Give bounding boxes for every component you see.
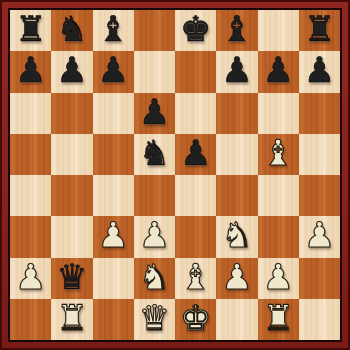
piece-white-rook[interactable]: ♜: [56, 301, 87, 336]
square-h2[interactable]: [299, 258, 340, 299]
square-d2[interactable]: ♞: [134, 258, 175, 299]
piece-black-pawn[interactable]: ♟: [15, 53, 46, 88]
square-g2[interactable]: ♟: [258, 258, 299, 299]
square-f6[interactable]: [216, 93, 257, 134]
square-b5[interactable]: [51, 134, 92, 175]
piece-black-pawn[interactable]: ♟: [180, 136, 211, 171]
square-b3[interactable]: [51, 216, 92, 257]
square-c1[interactable]: [93, 299, 134, 340]
piece-white-bishop[interactable]: ♝: [180, 260, 211, 295]
chess-board: ♜♞♝♚♝♜♟♟♟♟♟♟♟♞♟♝♟♟♞♟♟♛♞♝♟♟♜♛♚♜: [10, 10, 340, 340]
square-d8[interactable]: [134, 10, 175, 51]
piece-black-pawn[interactable]: ♟: [262, 53, 293, 88]
square-g4[interactable]: [258, 175, 299, 216]
square-e6[interactable]: [175, 93, 216, 134]
square-e3[interactable]: [175, 216, 216, 257]
piece-white-knight[interactable]: ♞: [139, 260, 170, 295]
square-a4[interactable]: [10, 175, 51, 216]
square-f1[interactable]: [216, 299, 257, 340]
piece-white-rook[interactable]: ♜: [262, 301, 293, 336]
square-f7[interactable]: ♟: [216, 51, 257, 92]
square-b2[interactable]: ♛: [51, 258, 92, 299]
square-f5[interactable]: [216, 134, 257, 175]
square-f4[interactable]: [216, 175, 257, 216]
square-a2[interactable]: ♟: [10, 258, 51, 299]
piece-white-pawn[interactable]: ♟: [262, 260, 293, 295]
piece-black-pawn[interactable]: ♟: [97, 53, 128, 88]
piece-black-knight[interactable]: ♞: [56, 12, 87, 47]
square-b8[interactable]: ♞: [51, 10, 92, 51]
piece-black-pawn[interactable]: ♟: [139, 95, 170, 130]
piece-white-pawn[interactable]: ♟: [304, 218, 335, 253]
square-h1[interactable]: [299, 299, 340, 340]
square-h7[interactable]: ♟: [299, 51, 340, 92]
square-g3[interactable]: [258, 216, 299, 257]
square-a5[interactable]: [10, 134, 51, 175]
square-b7[interactable]: ♟: [51, 51, 92, 92]
square-e7[interactable]: [175, 51, 216, 92]
square-a3[interactable]: [10, 216, 51, 257]
square-g1[interactable]: ♜: [258, 299, 299, 340]
square-a8[interactable]: ♜: [10, 10, 51, 51]
square-h5[interactable]: [299, 134, 340, 175]
piece-black-queen[interactable]: ♛: [56, 260, 87, 295]
square-d4[interactable]: [134, 175, 175, 216]
square-e8[interactable]: ♚: [175, 10, 216, 51]
piece-black-rook[interactable]: ♜: [304, 12, 335, 47]
square-e1[interactable]: ♚: [175, 299, 216, 340]
piece-black-knight[interactable]: ♞: [139, 136, 170, 171]
square-h6[interactable]: [299, 93, 340, 134]
square-d5[interactable]: ♞: [134, 134, 175, 175]
square-f3[interactable]: ♞: [216, 216, 257, 257]
square-a6[interactable]: [10, 93, 51, 134]
square-g8[interactable]: [258, 10, 299, 51]
piece-white-pawn[interactable]: ♟: [221, 260, 252, 295]
square-f8[interactable]: ♝: [216, 10, 257, 51]
square-b1[interactable]: ♜: [51, 299, 92, 340]
piece-white-pawn[interactable]: ♟: [97, 218, 128, 253]
square-c2[interactable]: [93, 258, 134, 299]
square-h3[interactable]: ♟: [299, 216, 340, 257]
piece-white-pawn[interactable]: ♟: [15, 260, 46, 295]
piece-white-queen[interactable]: ♛: [139, 301, 170, 336]
square-c7[interactable]: ♟: [93, 51, 134, 92]
square-e5[interactable]: ♟: [175, 134, 216, 175]
square-d3[interactable]: ♟: [134, 216, 175, 257]
square-g7[interactable]: ♟: [258, 51, 299, 92]
square-d1[interactable]: ♛: [134, 299, 175, 340]
piece-black-bishop[interactable]: ♝: [221, 12, 252, 47]
piece-black-bishop[interactable]: ♝: [97, 12, 128, 47]
square-d7[interactable]: [134, 51, 175, 92]
piece-black-pawn[interactable]: ♟: [56, 53, 87, 88]
square-e4[interactable]: [175, 175, 216, 216]
square-f2[interactable]: ♟: [216, 258, 257, 299]
square-h4[interactable]: [299, 175, 340, 216]
piece-white-knight[interactable]: ♞: [221, 218, 252, 253]
square-a1[interactable]: [10, 299, 51, 340]
piece-white-bishop[interactable]: ♝: [262, 136, 293, 171]
square-c3[interactable]: ♟: [93, 216, 134, 257]
piece-white-king[interactable]: ♚: [180, 301, 211, 336]
piece-black-king[interactable]: ♚: [180, 12, 211, 47]
square-c8[interactable]: ♝: [93, 10, 134, 51]
piece-black-rook[interactable]: ♜: [15, 12, 46, 47]
square-a7[interactable]: ♟: [10, 51, 51, 92]
chess-board-frame: ♜♞♝♚♝♜♟♟♟♟♟♟♟♞♟♝♟♟♞♟♟♛♞♝♟♟♜♛♚♜: [0, 0, 350, 350]
piece-black-pawn[interactable]: ♟: [304, 53, 335, 88]
square-d6[interactable]: ♟: [134, 93, 175, 134]
square-g5[interactable]: ♝: [258, 134, 299, 175]
piece-black-pawn[interactable]: ♟: [221, 53, 252, 88]
square-b4[interactable]: [51, 175, 92, 216]
square-c6[interactable]: [93, 93, 134, 134]
square-c5[interactable]: [93, 134, 134, 175]
square-b6[interactable]: [51, 93, 92, 134]
square-e2[interactable]: ♝: [175, 258, 216, 299]
piece-white-pawn[interactable]: ♟: [139, 218, 170, 253]
square-c4[interactable]: [93, 175, 134, 216]
square-g6[interactable]: [258, 93, 299, 134]
square-h8[interactable]: ♜: [299, 10, 340, 51]
